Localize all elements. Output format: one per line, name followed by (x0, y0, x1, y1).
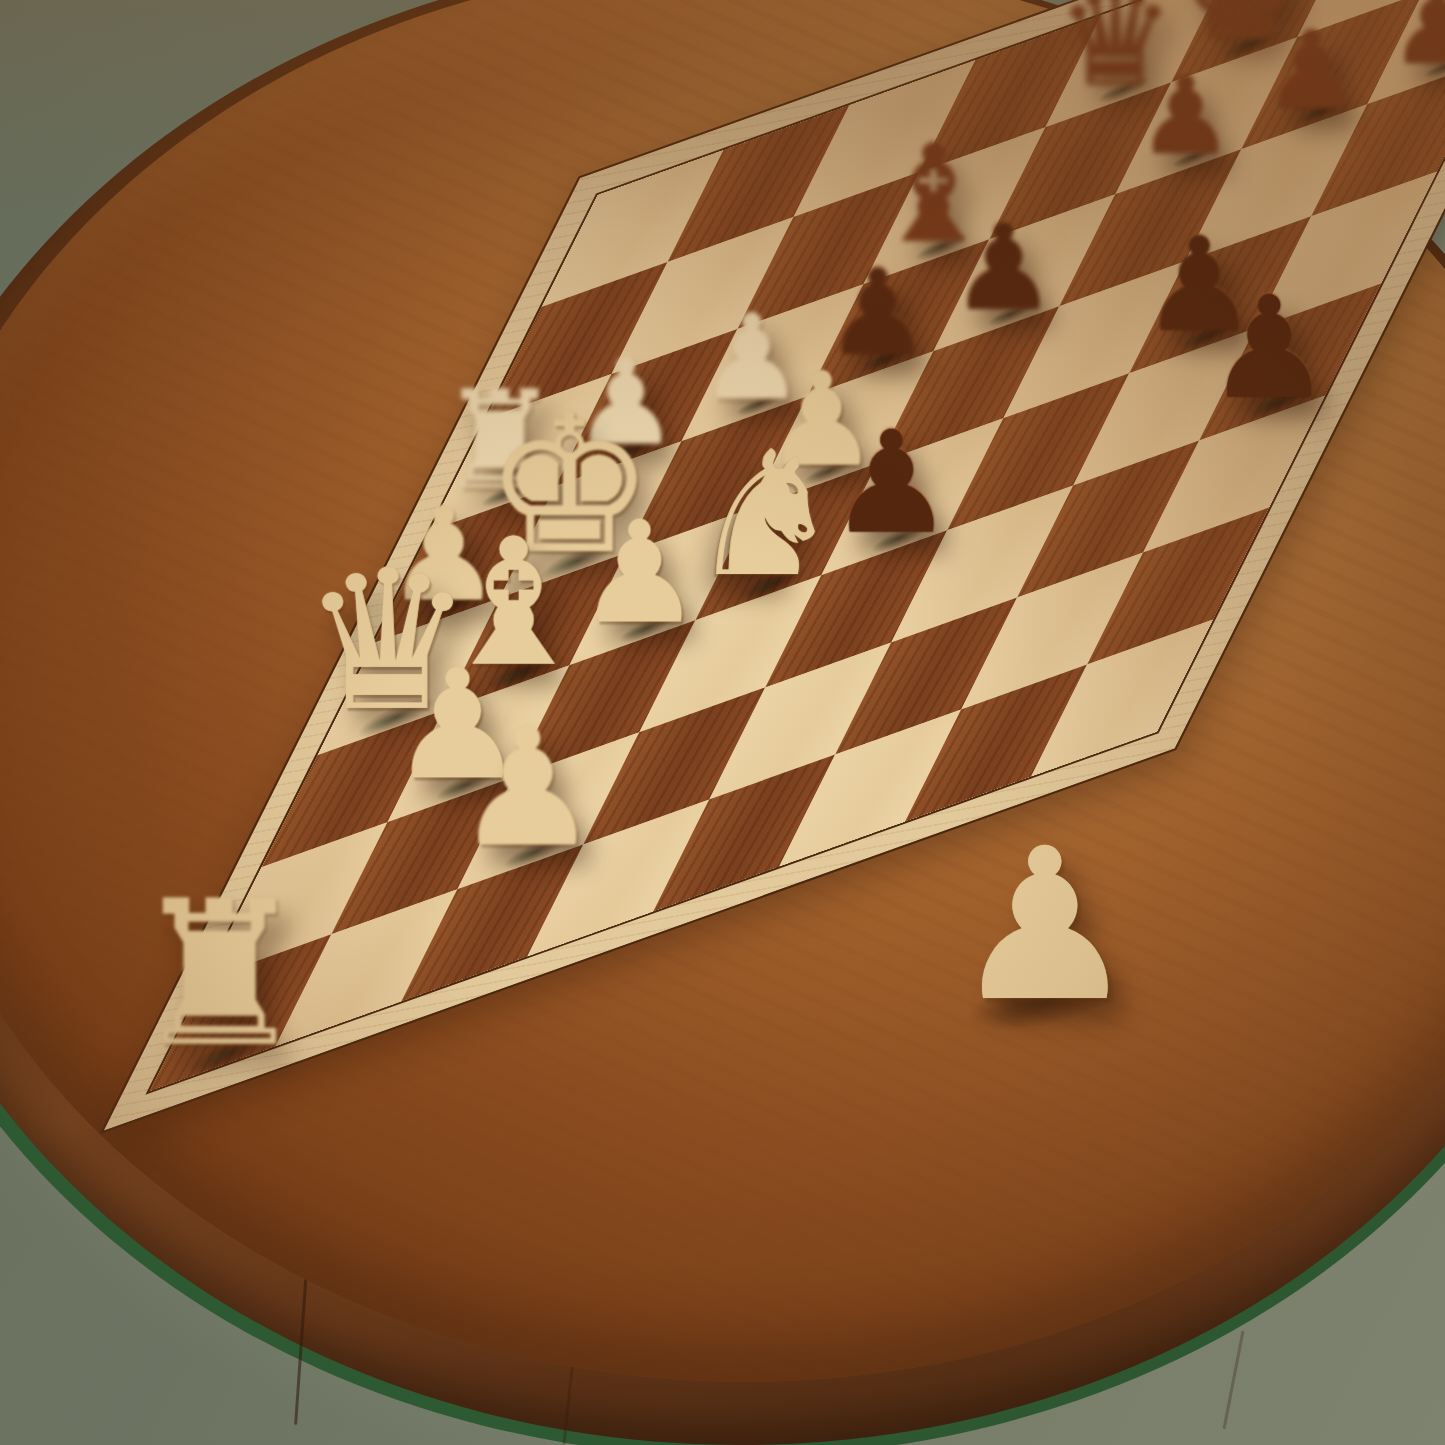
drawer-seam-right[interactable] (1222, 1331, 1244, 1430)
scene: ♜♟♟♛♝♟♞♟♚♟♜♟♟♛♚♜♝♟♟♟♟♟♟♟♟ ♟ (0, 0, 1445, 1445)
captured-white-pawn[interactable]: ♟ (951, 821, 1139, 1031)
